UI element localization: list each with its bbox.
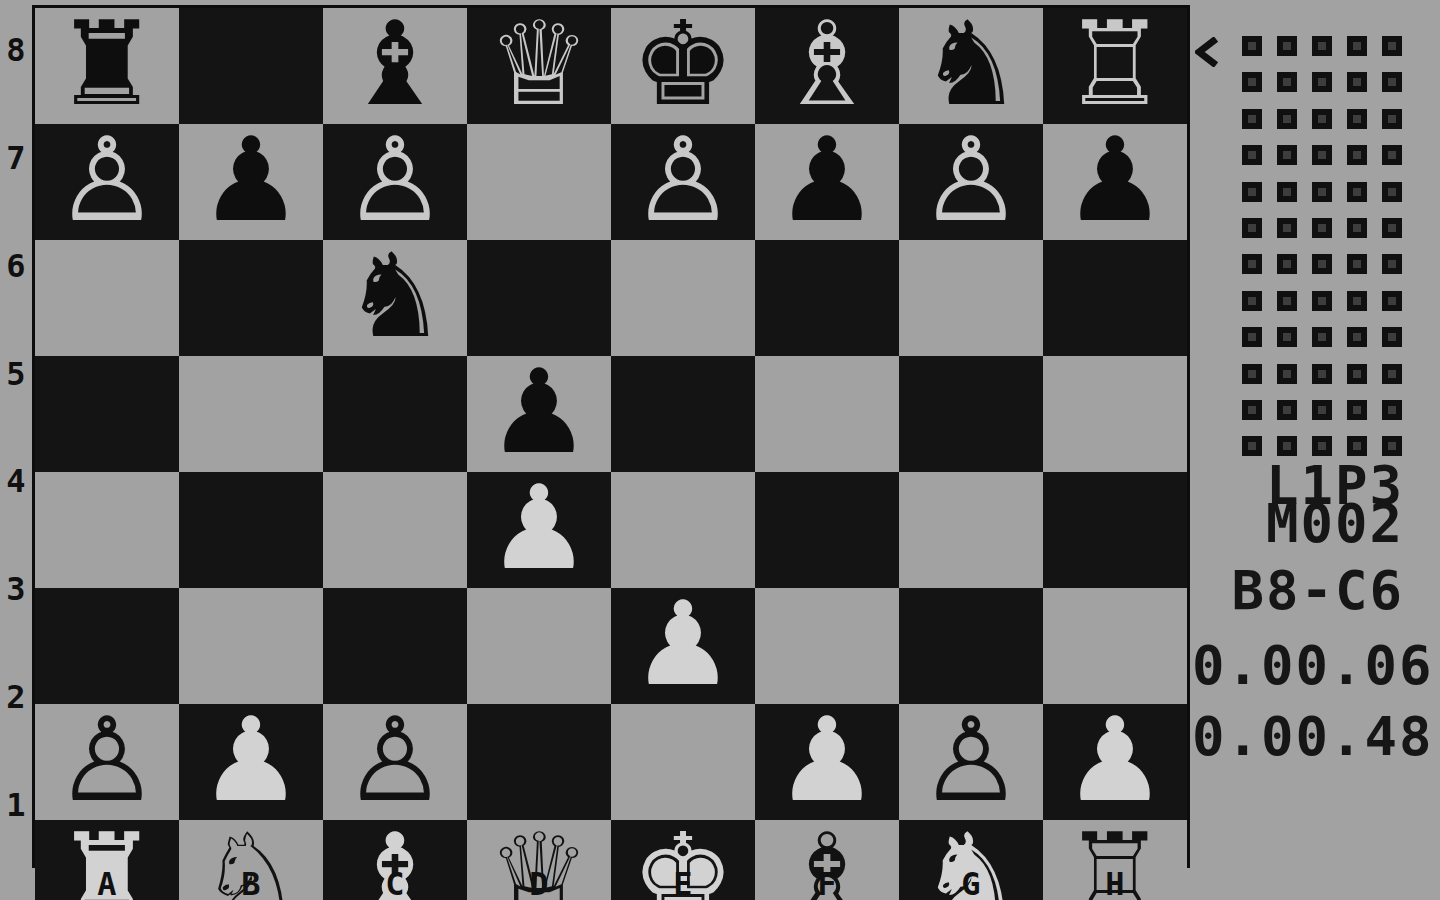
file-label-f: F [755,869,899,899]
piece-white-pawn: ♟ [775,702,879,818]
matrix-dot-core [1388,442,1396,450]
square-d3[interactable] [467,588,611,704]
matrix-dot-core [1318,442,1326,450]
matrix-dot-core [1353,42,1361,50]
matrix-dot [1242,109,1262,129]
matrix-dot [1347,72,1367,92]
matrix-dot [1347,182,1367,202]
matrix-dot [1242,327,1262,347]
matrix-dot [1277,109,1297,129]
square-c4[interactable] [323,472,467,588]
matrix-dot [1277,364,1297,384]
matrix-dot-core [1248,151,1256,159]
matrix-dot [1277,36,1297,56]
matrix-dot [1242,436,1262,456]
rank-label-8: 8 [0,0,32,104]
square-e4[interactable] [611,472,755,588]
square-h2[interactable]: ♟ [1043,704,1187,820]
matrix-dot-core [1388,297,1396,305]
square-h4[interactable] [1043,472,1187,588]
matrix-dot-core [1283,151,1291,159]
matrix-dot [1242,400,1262,420]
square-a3[interactable] [35,588,179,704]
last-move-text: B8-C6 [1231,564,1404,618]
square-f3[interactable] [755,588,899,704]
piece-white-pawn: ♟ [487,470,591,586]
piece-black-pawn: ♙ [343,122,447,238]
piece-black-pawn: ♟ [775,122,879,238]
matrix-dot-core [1388,406,1396,414]
matrix-dot-core [1388,370,1396,378]
matrix-dot [1242,364,1262,384]
piece-white-pawn: ♟ [631,586,735,702]
file-label-h: H [1043,869,1187,899]
matrix-dot-core [1353,370,1361,378]
matrix-dot-core [1248,188,1256,196]
rank-label-5: 5 [0,320,32,428]
matrix-dot [1347,109,1367,129]
file-label-g: G [899,869,1043,899]
matrix-dot [1312,145,1332,165]
matrix-dot [1382,327,1402,347]
square-h6[interactable] [1043,240,1187,356]
matrix-dot-core [1318,224,1326,232]
piece-white-pawn: ♙ [55,702,159,818]
file-label-a: A [35,869,179,899]
matrix-dot-core [1283,333,1291,341]
square-a4[interactable] [35,472,179,588]
rank-label-4: 4 [0,428,32,536]
square-g8[interactable]: ♞ [899,8,1043,124]
matrix-dot [1382,400,1402,420]
square-a8[interactable]: ♜ [35,8,179,124]
matrix-dot-core [1353,224,1361,232]
square-d5[interactable]: ♟ [467,356,611,472]
piece-black-queen: ♕ [487,6,591,122]
square-e6[interactable] [611,240,755,356]
square-d4[interactable]: ♟ [467,472,611,588]
matrix-dot-core [1353,297,1361,305]
square-f7[interactable]: ♟ [755,124,899,240]
file-labels: ABCDEFGH [35,869,1187,899]
matrix-dot-core [1388,260,1396,268]
matrix-dot [1312,327,1332,347]
piece-black-pawn: ♙ [631,122,735,238]
matrix-dot-core [1388,42,1396,50]
matrix-dot [1277,182,1297,202]
matrix-dot-core [1283,406,1291,414]
rank-labels: 87654321 [0,5,32,868]
matrix-dot-core [1283,297,1291,305]
square-d2[interactable] [467,704,611,820]
matrix-dot-core [1353,151,1361,159]
matrix-dot [1277,72,1297,92]
matrix-dot [1242,36,1262,56]
matrix-dot-core [1353,188,1361,196]
square-e7[interactable]: ♙ [611,124,755,240]
move-counter: M002 [1266,497,1404,551]
matrix-dot [1242,254,1262,274]
matrix-dot-core [1283,78,1291,86]
square-d6[interactable] [467,240,611,356]
chess-computer-screen: 87654321 ♜♝♕♚♗♞♖♙♟♙♙♟♙♟♞♟♟♟♙♟♙♟♙♟♜♘♝♕♚♗♞… [0,0,1440,900]
piece-black-pawn: ♟ [487,354,591,470]
matrix-dot-core [1248,442,1256,450]
matrix-dot-core [1248,370,1256,378]
square-g2[interactable]: ♙ [899,704,1043,820]
matrix-dot-core [1388,224,1396,232]
square-b2[interactable]: ♟ [179,704,323,820]
matrix-dot [1277,400,1297,420]
matrix-dot-core [1283,442,1291,450]
matrix-dot [1347,218,1367,238]
piece-white-pawn: ♟ [1063,702,1167,818]
square-a6[interactable] [35,240,179,356]
square-g7[interactable]: ♙ [899,124,1043,240]
matrix-dot [1382,254,1402,274]
matrix-dot [1382,364,1402,384]
square-b5[interactable] [179,356,323,472]
square-c7[interactable]: ♙ [323,124,467,240]
matrix-dot [1382,182,1402,202]
matrix-dot-core [1248,333,1256,341]
square-d7[interactable] [467,124,611,240]
piece-black-pawn: ♟ [1063,122,1167,238]
file-label-b: B [179,869,323,899]
square-g3[interactable] [899,588,1043,704]
square-e3[interactable]: ♟ [611,588,755,704]
square-g6[interactable] [899,240,1043,356]
matrix-dot [1277,218,1297,238]
file-label-c: C [323,869,467,899]
square-f5[interactable] [755,356,899,472]
rank-label-2: 2 [0,643,32,751]
matrix-dot-core [1318,406,1326,414]
matrix-dot [1382,218,1402,238]
matrix-dot-core [1248,406,1256,414]
matrix-dot [1242,72,1262,92]
last-move-arrow-icon [1195,37,1219,67]
matrix-dot [1347,291,1367,311]
matrix-dot [1382,109,1402,129]
matrix-dot-core [1353,78,1361,86]
matrix-dot [1312,400,1332,420]
matrix-dot [1347,364,1367,384]
matrix-dot [1312,291,1332,311]
matrix-dot-core [1248,260,1256,268]
square-f4[interactable] [755,472,899,588]
matrix-dot [1347,254,1367,274]
square-h8[interactable]: ♖ [1043,8,1187,124]
rank-label-7: 7 [0,104,32,212]
matrix-dot-core [1353,260,1361,268]
matrix-dot-core [1353,442,1361,450]
rank-label-1: 1 [0,751,32,859]
matrix-dot-core [1283,188,1291,196]
square-e5[interactable] [611,356,755,472]
file-label-d: D [467,869,611,899]
matrix-dot-core [1248,297,1256,305]
chess-board: ♜♝♕♚♗♞♖♙♟♙♙♟♙♟♞♟♟♟♙♟♙♟♙♟♜♘♝♕♚♗♞♖ [35,8,1187,865]
matrix-dot [1382,145,1402,165]
matrix-dot-core [1353,333,1361,341]
matrix-dot [1242,182,1262,202]
piece-black-pawn: ♙ [55,122,159,238]
file-label-e: E [611,869,755,899]
piece-black-bishop: ♗ [775,6,879,122]
square-h3[interactable] [1043,588,1187,704]
clock-top: 0.00.06 [1192,639,1434,693]
square-c8[interactable]: ♝ [323,8,467,124]
matrix-dot-core [1318,115,1326,123]
square-b4[interactable] [179,472,323,588]
matrix-dot-core [1283,370,1291,378]
matrix-dot-core [1353,115,1361,123]
matrix-dot-core [1353,406,1361,414]
matrix-dot [1312,109,1332,129]
matrix-dot [1347,327,1367,347]
matrix-dot [1242,291,1262,311]
matrix-dot-core [1318,260,1326,268]
matrix-dot-core [1388,151,1396,159]
square-f8[interactable]: ♗ [755,8,899,124]
matrix-dot [1382,291,1402,311]
matrix-dot [1382,72,1402,92]
piece-black-rook: ♜ [55,6,159,122]
piece-black-rook: ♖ [1063,6,1167,122]
piece-white-pawn: ♙ [919,702,1023,818]
square-e2[interactable] [611,704,755,820]
piece-black-king: ♚ [631,6,735,122]
matrix-dot-core [1318,42,1326,50]
square-c5[interactable] [323,356,467,472]
matrix-dot-core [1248,78,1256,86]
rank-label-3: 3 [0,535,32,643]
piece-white-pawn: ♙ [343,702,447,818]
square-b8[interactable] [179,8,323,124]
matrix-dot-core [1248,42,1256,50]
matrix-dot [1277,145,1297,165]
matrix-dot-core [1388,78,1396,86]
matrix-dot [1312,36,1332,56]
matrix-dot [1277,291,1297,311]
matrix-dot-core [1248,115,1256,123]
matrix-dot [1312,182,1332,202]
square-a7[interactable]: ♙ [35,124,179,240]
piece-black-knight: ♞ [919,6,1023,122]
matrix-dot [1242,218,1262,238]
matrix-dot-core [1248,224,1256,232]
square-c2[interactable]: ♙ [323,704,467,820]
matrix-dot [1312,72,1332,92]
matrix-dot [1312,254,1332,274]
dots-grid [1242,36,1402,456]
matrix-dot-core [1283,42,1291,50]
square-h7[interactable]: ♟ [1043,124,1187,240]
matrix-dot-core [1318,297,1326,305]
matrix-dot [1347,145,1367,165]
square-a2[interactable]: ♙ [35,704,179,820]
side-panel: L1P3 M002 B8-C6 0.00.06 0.00.48 [1190,0,1440,900]
piece-black-pawn: ♟ [199,122,303,238]
matrix-dot-core [1318,188,1326,196]
square-c6[interactable]: ♞ [323,240,467,356]
matrix-dot-core [1318,333,1326,341]
piece-black-bishop: ♝ [343,6,447,122]
rank-label-6: 6 [0,212,32,320]
piece-white-pawn: ♟ [199,702,303,818]
matrix-dot-core [1388,188,1396,196]
board-frame: ♜♝♕♚♗♞♖♙♟♙♙♟♙♟♞♟♟♟♙♟♙♟♙♟♜♘♝♕♚♗♞♖ [32,5,1190,868]
square-e8[interactable]: ♚ [611,8,755,124]
square-g5[interactable] [899,356,1043,472]
matrix-dot-core [1388,115,1396,123]
square-f2[interactable]: ♟ [755,704,899,820]
square-c3[interactable] [323,588,467,704]
matrix-dot [1242,145,1262,165]
clock-bottom: 0.00.48 [1192,710,1434,764]
matrix-dot-core [1283,260,1291,268]
square-f6[interactable] [755,240,899,356]
matrix-dot [1347,400,1367,420]
square-b7[interactable]: ♟ [179,124,323,240]
matrix-dot [1312,364,1332,384]
matrix-dot-core [1283,115,1291,123]
square-a5[interactable] [35,356,179,472]
square-d8[interactable]: ♕ [467,8,611,124]
matrix-dot [1347,36,1367,56]
matrix-dot [1277,327,1297,347]
matrix-dot [1277,254,1297,274]
square-b6[interactable] [179,240,323,356]
matrix-dot-core [1318,78,1326,86]
square-b3[interactable] [179,588,323,704]
piece-black-pawn: ♙ [919,122,1023,238]
square-g4[interactable] [899,472,1043,588]
matrix-dot-core [1283,224,1291,232]
matrix-dot-core [1318,151,1326,159]
matrix-dot-core [1388,333,1396,341]
matrix-dot [1382,36,1402,56]
piece-black-knight: ♞ [343,238,447,354]
matrix-dot-core [1318,370,1326,378]
matrix-dot [1312,218,1332,238]
square-h5[interactable] [1043,356,1187,472]
